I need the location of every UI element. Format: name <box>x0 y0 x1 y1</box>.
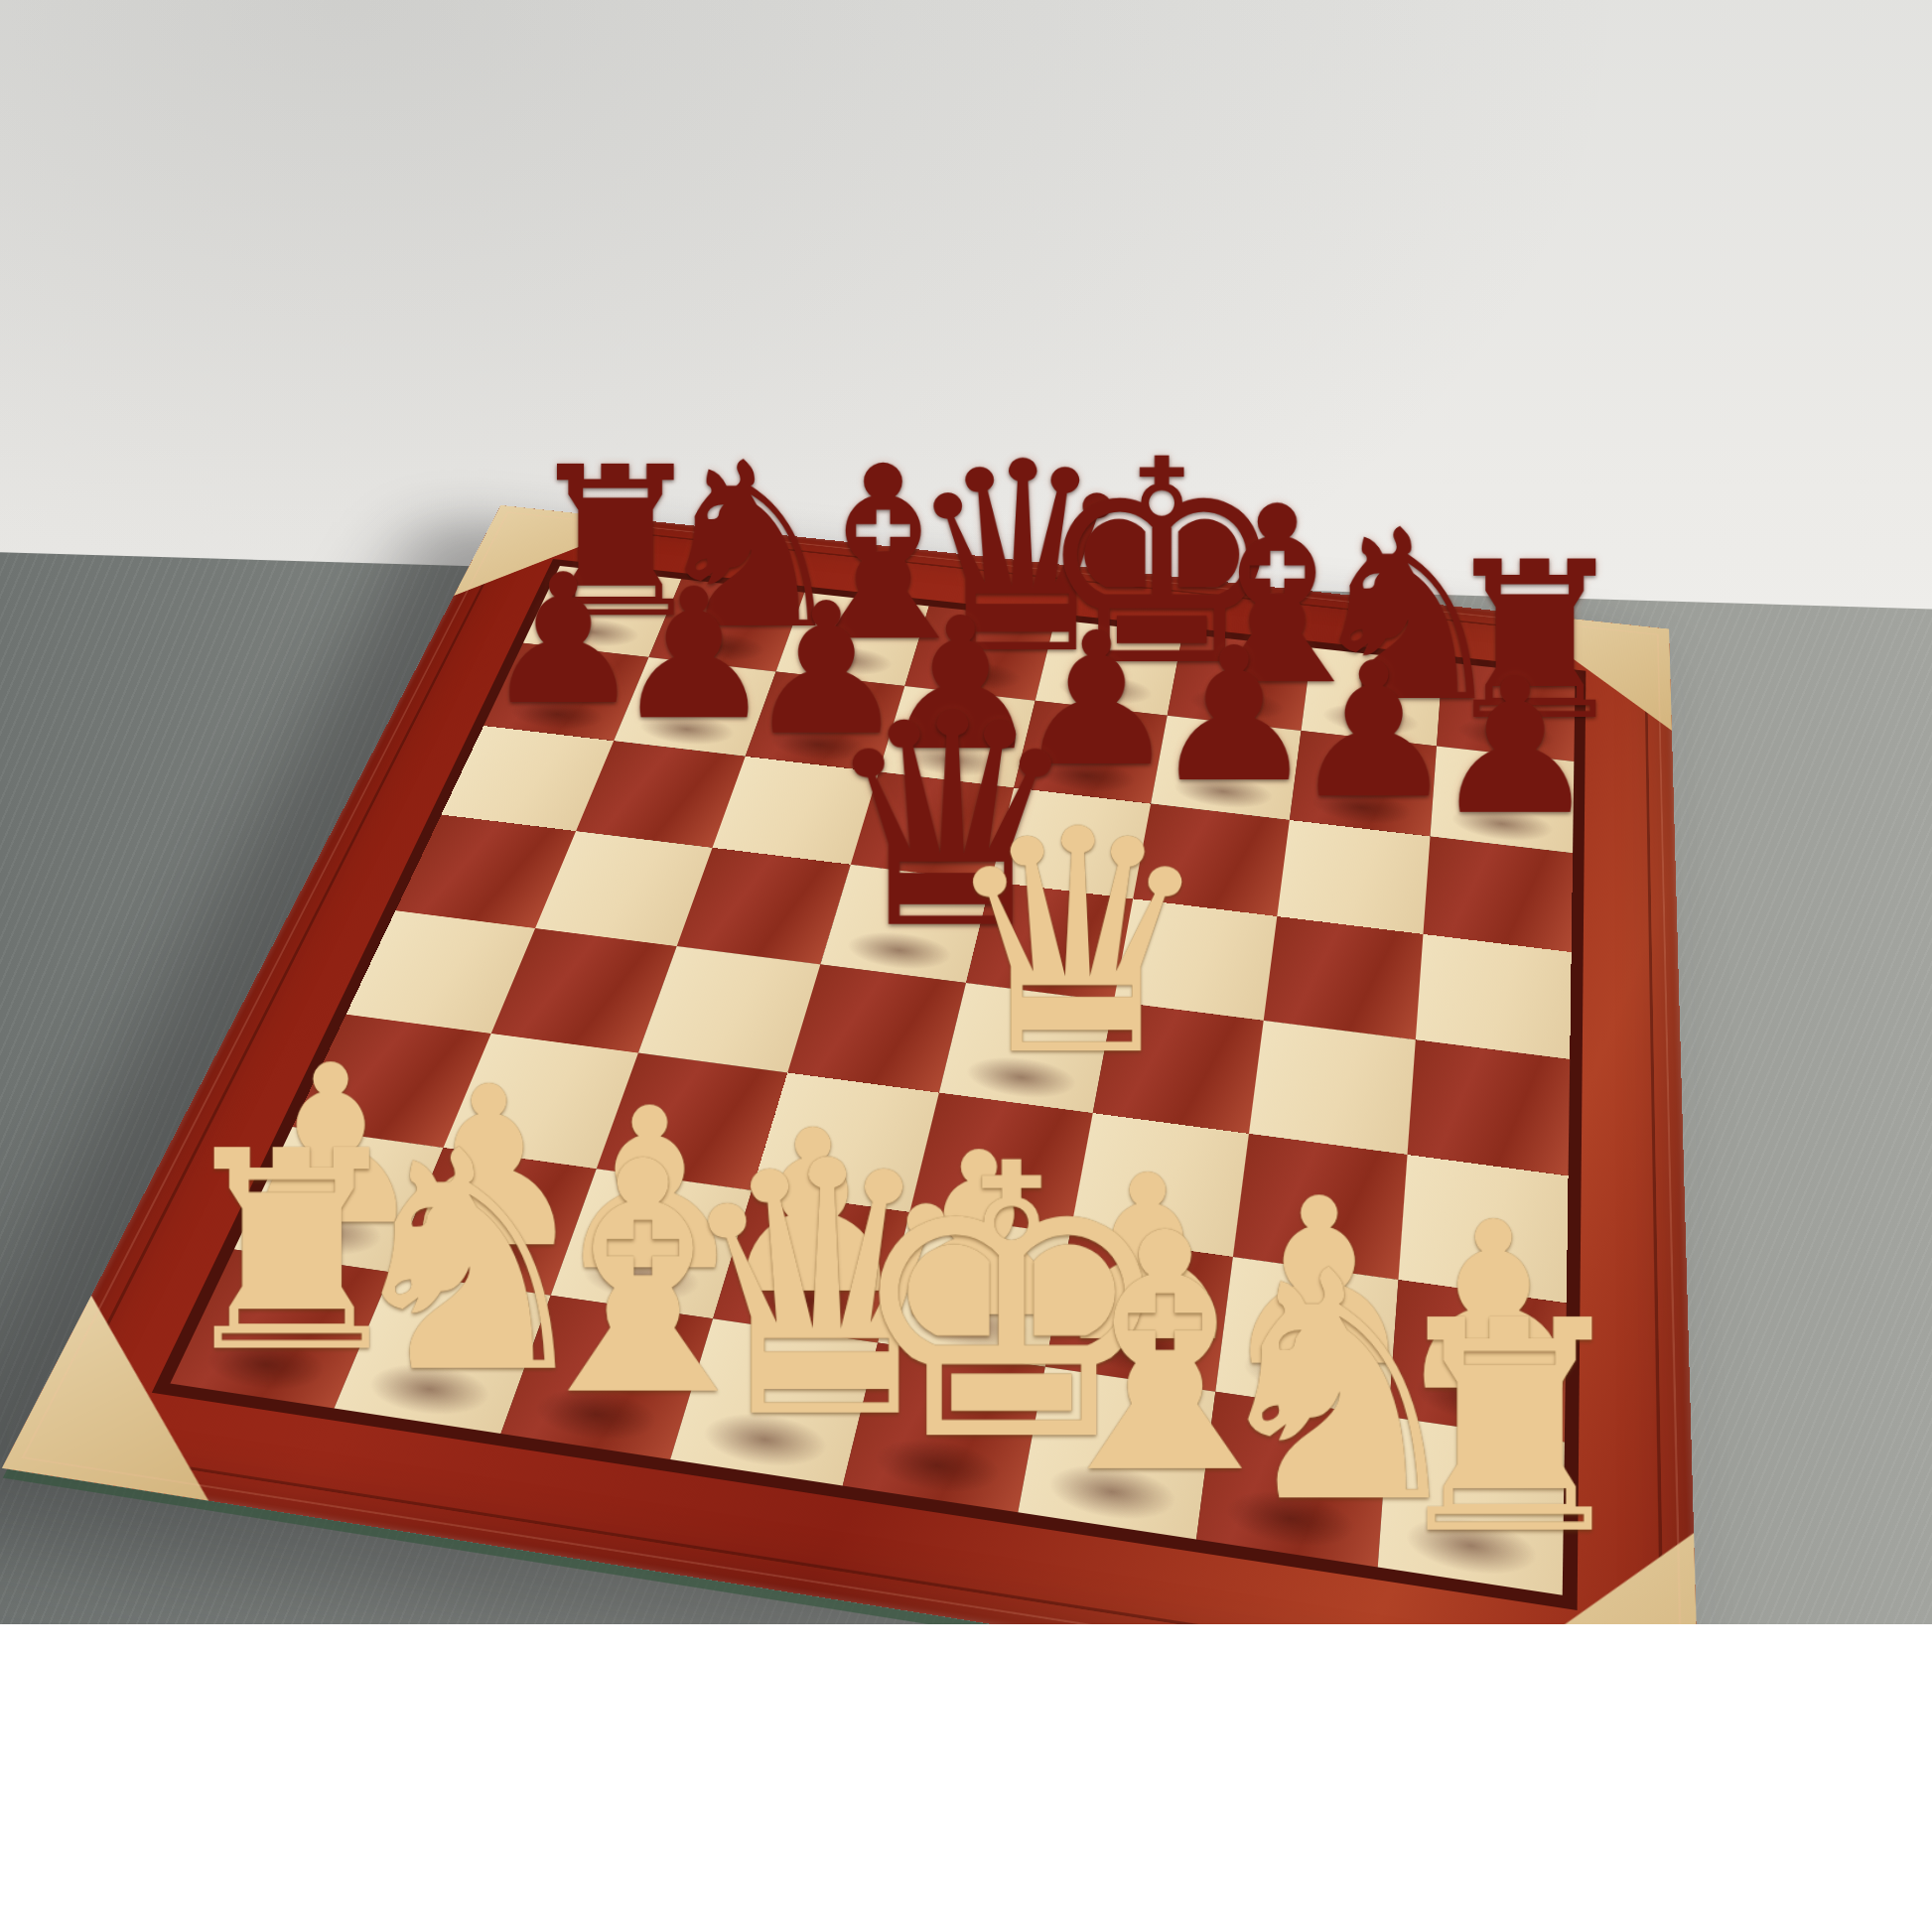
square-g1[interactable]: ♞ <box>1196 1392 1389 1568</box>
piece-black-pawn-a7[interactable]: ♟ <box>483 551 617 731</box>
piece-white-knight-g1[interactable]: ♞ <box>1196 1231 1377 1548</box>
square-h6[interactable] <box>1423 837 1573 953</box>
square-g4[interactable] <box>1249 1021 1416 1155</box>
square-h4[interactable] <box>1408 1039 1571 1175</box>
square-a4[interactable] <box>346 910 535 1034</box>
chessboard: ♜♞♝♛♚♝♞♜♟♟♟♟♟♟♟♟♛♛♟♟♟♟♟♟♟♟♜♞♝♛♚♝♞♜ <box>2 505 1700 1624</box>
square-a6[interactable] <box>442 726 615 831</box>
piece-black-pawn-h7[interactable]: ♟ <box>1431 653 1572 841</box>
square-g6[interactable] <box>1277 820 1430 934</box>
square-f1[interactable]: ♝ <box>1018 1367 1215 1540</box>
square-h5[interactable] <box>1416 934 1572 1059</box>
piece-white-knight-b1[interactable]: ♞ <box>333 1112 506 1415</box>
square-g5[interactable] <box>1264 916 1424 1039</box>
piece-white-rook-a1[interactable]: ♜ <box>168 1115 340 1390</box>
piece-black-pawn-g7[interactable]: ♟ <box>1290 638 1430 825</box>
photo-area: ♜♞♝♛♚♝♞♜♟♟♟♟♟♟♟♟♛♛♟♟♟♟♟♟♟♟♜♞♝♛♚♝♞♜ <box>0 0 1932 1624</box>
square-h7[interactable]: ♟ <box>1431 746 1575 853</box>
piece-white-bishop-c1[interactable]: ♝ <box>499 1121 674 1441</box>
piece-black-pawn-b7[interactable]: ♟ <box>613 565 748 746</box>
board-frame: ♜♞♝♛♚♝♞♜♟♟♟♟♟♟♟♟♛♛♟♟♟♟♟♟♟♟♜♞♝♛♚♝♞♜ <box>2 505 1700 1624</box>
board-inner-border: ♜♞♝♛♚♝♞♜♟♟♟♟♟♟♟♟♛♛♟♟♟♟♟♟♟♟♜♞♝♛♚♝♞♜ <box>152 559 1586 1610</box>
square-e1[interactable]: ♚ <box>843 1342 1045 1512</box>
piece-white-rook-h1[interactable]: ♜ <box>1379 1283 1562 1575</box>
square-h1[interactable]: ♜ <box>1378 1417 1565 1595</box>
board-grid: ♜♞♝♛♚♝♞♜♟♟♟♟♟♟♟♟♛♛♟♟♟♟♟♟♟♟♜♞♝♛♚♝♞♜ <box>170 566 1575 1595</box>
page: ♜♞♝♛♚♝♞♜♟♟♟♟♟♟♟♟♛♛♟♟♟♟♟♟♟♟♜♞♝♛♚♝♞♜ <box>0 0 1932 1932</box>
square-c4[interactable] <box>638 946 820 1072</box>
piece-white-queen-e4[interactable]: ♛ <box>939 789 1095 1098</box>
piece-white-king-e1[interactable]: ♚ <box>842 1116 1020 1493</box>
piece-white-queen-d1[interactable]: ♛ <box>669 1116 846 1466</box>
scene: ♜♞♝♛♚♝♞♜♟♟♟♟♟♟♟♟♛♛♟♟♟♟♟♟♟♟♜♞♝♛♚♝♞♜ <box>0 0 1932 1624</box>
square-g7[interactable]: ♟ <box>1290 731 1437 837</box>
piece-white-bishop-f1[interactable]: ♝ <box>1018 1191 1197 1519</box>
